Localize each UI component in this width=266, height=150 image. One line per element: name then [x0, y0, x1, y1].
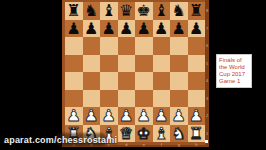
piece-black-pawn[interactable]: ♟	[67, 20, 81, 37]
square-a4[interactable]	[65, 72, 83, 90]
piece-white-rook[interactable]: ♜	[189, 125, 203, 142]
piece-black-queen[interactable]: ♛	[119, 2, 133, 19]
piece-white-king[interactable]: ♚	[137, 125, 151, 142]
square-c5[interactable]	[100, 55, 118, 73]
square-f3[interactable]	[153, 90, 171, 108]
piece-black-knight[interactable]: ♞	[172, 2, 186, 19]
square-d4[interactable]	[118, 72, 136, 90]
piece-black-pawn[interactable]: ♟	[84, 20, 98, 37]
piece-white-bishop[interactable]: ♝	[154, 125, 168, 142]
square-e5[interactable]	[135, 55, 153, 73]
annotation-line: the World	[219, 64, 250, 71]
square-d5[interactable]	[118, 55, 136, 73]
square-g5[interactable]	[170, 55, 188, 73]
rank-labels: 87654321	[205, 2, 209, 142]
square-a5[interactable]	[65, 55, 83, 73]
square-a2[interactable]: ♟	[65, 107, 83, 125]
square-h4[interactable]	[188, 72, 206, 90]
square-b6[interactable]	[83, 37, 101, 55]
square-a6[interactable]	[65, 37, 83, 55]
corner-marker	[205, 140, 208, 143]
square-f6[interactable]	[153, 37, 171, 55]
square-d6[interactable]	[118, 37, 136, 55]
piece-white-pawn[interactable]: ♟	[154, 107, 168, 124]
square-c2[interactable]: ♟	[100, 107, 118, 125]
square-a3[interactable]	[65, 90, 83, 108]
file-label-h: h	[188, 142, 206, 147]
watermark-text: aparat.com/chessrostami	[4, 135, 117, 145]
piece-black-pawn[interactable]: ♟	[119, 20, 133, 37]
square-h1[interactable]: ♜	[188, 125, 206, 143]
square-b7[interactable]: ♟	[83, 20, 101, 38]
video-frame: ♜♞♝♛♚♝♞♜♟♟♟♟♟♟♟♟♟♟♟♟♟♟♟♟♜♞♝♛♚♝♞♜ 8765432…	[0, 0, 266, 150]
square-g6[interactable]	[170, 37, 188, 55]
square-e2[interactable]: ♟	[135, 107, 153, 125]
annotation-line: Game 1	[219, 78, 250, 85]
file-label-e: e	[135, 142, 153, 147]
piece-white-pawn[interactable]: ♟	[137, 107, 151, 124]
square-f2[interactable]: ♟	[153, 107, 171, 125]
square-g8[interactable]: ♞	[170, 2, 188, 20]
square-a8[interactable]: ♜	[65, 2, 83, 20]
rank-label-5: 5	[205, 55, 209, 73]
piece-white-pawn[interactable]: ♟	[119, 107, 133, 124]
square-d3[interactable]	[118, 90, 136, 108]
piece-white-pawn[interactable]: ♟	[67, 107, 81, 124]
square-c4[interactable]	[100, 72, 118, 90]
square-c8[interactable]: ♝	[100, 2, 118, 20]
square-h7[interactable]: ♟	[188, 20, 206, 38]
square-b8[interactable]: ♞	[83, 2, 101, 20]
annotation-box: Finals of the World Cup 2017 Game 1	[216, 54, 252, 88]
square-e4[interactable]	[135, 72, 153, 90]
square-d8[interactable]: ♛	[118, 2, 136, 20]
square-g2[interactable]: ♟	[170, 107, 188, 125]
square-g1[interactable]: ♞	[170, 125, 188, 143]
piece-black-king[interactable]: ♚	[137, 2, 151, 19]
rank-label-4: 4	[205, 72, 209, 90]
piece-white-pawn[interactable]: ♟	[189, 107, 203, 124]
square-b4[interactable]	[83, 72, 101, 90]
square-h8[interactable]: ♜	[188, 2, 206, 20]
square-h5[interactable]	[188, 55, 206, 73]
file-label-f: f	[153, 142, 171, 147]
square-f8[interactable]: ♝	[153, 2, 171, 20]
square-g4[interactable]	[170, 72, 188, 90]
square-d7[interactable]: ♟	[118, 20, 136, 38]
piece-black-rook[interactable]: ♜	[67, 2, 81, 19]
square-d1[interactable]: ♛	[118, 125, 136, 143]
rank-label-7: 7	[205, 20, 209, 38]
square-b3[interactable]	[83, 90, 101, 108]
rank-label-8: 8	[205, 2, 209, 20]
square-g3[interactable]	[170, 90, 188, 108]
square-a7[interactable]: ♟	[65, 20, 83, 38]
square-e6[interactable]	[135, 37, 153, 55]
square-f4[interactable]	[153, 72, 171, 90]
square-h6[interactable]	[188, 37, 206, 55]
square-c6[interactable]	[100, 37, 118, 55]
square-d2[interactable]: ♟	[118, 107, 136, 125]
square-e1[interactable]: ♚	[135, 125, 153, 143]
annotation-line: Finals of	[219, 57, 250, 64]
square-g7[interactable]: ♟	[170, 20, 188, 38]
rank-label-6: 6	[205, 37, 209, 55]
square-e7[interactable]: ♟	[135, 20, 153, 38]
piece-white-pawn[interactable]: ♟	[172, 107, 186, 124]
chess-board: ♜♞♝♛♚♝♞♜♟♟♟♟♟♟♟♟♟♟♟♟♟♟♟♟♜♞♝♛♚♝♞♜ 8765432…	[62, 0, 209, 147]
piece-black-rook[interactable]: ♜	[189, 2, 203, 19]
file-label-d: d	[118, 142, 136, 147]
file-label-g: g	[170, 142, 188, 147]
piece-black-pawn[interactable]: ♟	[137, 20, 151, 37]
board-grid: ♜♞♝♛♚♝♞♜♟♟♟♟♟♟♟♟♟♟♟♟♟♟♟♟♜♞♝♛♚♝♞♜	[65, 2, 205, 142]
piece-white-pawn[interactable]: ♟	[84, 107, 98, 124]
square-b2[interactable]: ♟	[83, 107, 101, 125]
square-e3[interactable]	[135, 90, 153, 108]
square-f7[interactable]: ♟	[153, 20, 171, 38]
annotation-line: Cup 2017	[219, 71, 250, 78]
rank-label-2: 2	[205, 107, 209, 125]
square-h3[interactable]	[188, 90, 206, 108]
piece-white-knight[interactable]: ♞	[172, 125, 186, 142]
square-b5[interactable]	[83, 55, 101, 73]
piece-white-queen[interactable]: ♛	[119, 125, 133, 142]
square-c7[interactable]: ♟	[100, 20, 118, 38]
square-e8[interactable]: ♚	[135, 2, 153, 20]
piece-black-pawn[interactable]: ♟	[154, 20, 168, 37]
square-c3[interactable]	[100, 90, 118, 108]
piece-black-bishop[interactable]: ♝	[102, 2, 116, 19]
square-f1[interactable]: ♝	[153, 125, 171, 143]
piece-black-bishop[interactable]: ♝	[154, 2, 168, 19]
square-f5[interactable]	[153, 55, 171, 73]
square-h2[interactable]: ♟	[188, 107, 206, 125]
piece-black-knight[interactable]: ♞	[84, 2, 98, 19]
piece-black-pawn[interactable]: ♟	[172, 20, 186, 37]
piece-black-pawn[interactable]: ♟	[189, 20, 203, 37]
piece-black-pawn[interactable]: ♟	[102, 20, 116, 37]
rank-label-3: 3	[205, 90, 209, 108]
piece-white-pawn[interactable]: ♟	[102, 107, 116, 124]
